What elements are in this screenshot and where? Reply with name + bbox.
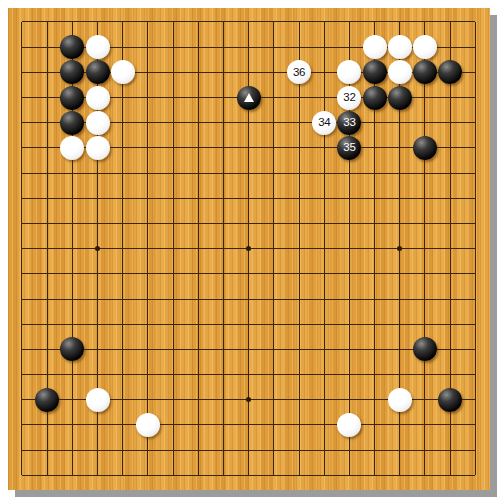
intersection[interactable]: [9, 261, 34, 286]
intersection[interactable]: [286, 312, 311, 337]
intersection[interactable]: [9, 362, 34, 387]
intersection[interactable]: [85, 110, 110, 135]
intersection[interactable]: [85, 35, 110, 60]
intersection[interactable]: [110, 337, 135, 362]
intersection[interactable]: [236, 9, 261, 34]
intersection[interactable]: [337, 9, 362, 34]
intersection[interactable]: [337, 60, 362, 85]
intersection[interactable]: [9, 9, 34, 34]
intersection[interactable]: [135, 261, 160, 286]
intersection[interactable]: [9, 110, 34, 135]
intersection[interactable]: [9, 463, 34, 488]
intersection[interactable]: [337, 286, 362, 311]
intersection[interactable]: [236, 110, 261, 135]
intersection[interactable]: [337, 236, 362, 261]
intersection[interactable]: [387, 236, 412, 261]
intersection[interactable]: [85, 463, 110, 488]
intersection[interactable]: [412, 110, 437, 135]
intersection[interactable]: [35, 236, 60, 261]
intersection[interactable]: [35, 261, 60, 286]
intersection[interactable]: [110, 261, 135, 286]
intersection[interactable]: [35, 312, 60, 337]
intersection[interactable]: [362, 186, 387, 211]
intersection[interactable]: [286, 261, 311, 286]
intersection[interactable]: [261, 135, 286, 160]
intersection[interactable]: [387, 110, 412, 135]
intersection[interactable]: [362, 362, 387, 387]
intersection[interactable]: [110, 438, 135, 463]
intersection[interactable]: [60, 412, 85, 437]
intersection[interactable]: [60, 110, 85, 135]
intersection[interactable]: [236, 337, 261, 362]
intersection[interactable]: [261, 85, 286, 110]
intersection[interactable]: [261, 412, 286, 437]
intersection[interactable]: [186, 85, 211, 110]
intersection[interactable]: [135, 186, 160, 211]
intersection[interactable]: [236, 85, 261, 110]
intersection[interactable]: [60, 236, 85, 261]
intersection[interactable]: [438, 211, 463, 236]
intersection[interactable]: [463, 9, 488, 34]
intersection[interactable]: [85, 161, 110, 186]
intersection[interactable]: [110, 312, 135, 337]
intersection[interactable]: [9, 211, 34, 236]
intersection[interactable]: [312, 438, 337, 463]
intersection[interactable]: [387, 312, 412, 337]
intersection[interactable]: [135, 211, 160, 236]
intersection[interactable]: [85, 186, 110, 211]
intersection[interactable]: [161, 110, 186, 135]
intersection[interactable]: [412, 60, 437, 85]
intersection[interactable]: [463, 286, 488, 311]
intersection[interactable]: [362, 412, 387, 437]
intersection[interactable]: [161, 135, 186, 160]
intersection[interactable]: [135, 412, 160, 437]
intersection[interactable]: [161, 60, 186, 85]
intersection[interactable]: [186, 362, 211, 387]
intersection[interactable]: [286, 9, 311, 34]
intersection[interactable]: [362, 161, 387, 186]
intersection[interactable]: [85, 337, 110, 362]
intersection[interactable]: [337, 312, 362, 337]
intersection[interactable]: [9, 337, 34, 362]
intersection[interactable]: [110, 186, 135, 211]
intersection[interactable]: [236, 135, 261, 160]
intersection[interactable]: [412, 186, 437, 211]
intersection[interactable]: [236, 312, 261, 337]
intersection[interactable]: [312, 211, 337, 236]
intersection[interactable]: [35, 387, 60, 412]
intersection[interactable]: [362, 312, 387, 337]
intersection[interactable]: [463, 161, 488, 186]
intersection[interactable]: [9, 387, 34, 412]
intersection[interactable]: [387, 412, 412, 437]
intersection[interactable]: [463, 60, 488, 85]
intersection[interactable]: [312, 35, 337, 60]
intersection[interactable]: [186, 186, 211, 211]
intersection[interactable]: [312, 135, 337, 160]
intersection[interactable]: [9, 85, 34, 110]
intersection[interactable]: [85, 438, 110, 463]
intersection[interactable]: [438, 286, 463, 311]
intersection[interactable]: [463, 236, 488, 261]
intersection[interactable]: [261, 236, 286, 261]
intersection[interactable]: [286, 286, 311, 311]
intersection[interactable]: [161, 161, 186, 186]
intersection[interactable]: [286, 135, 311, 160]
intersection[interactable]: [412, 211, 437, 236]
intersection[interactable]: [161, 312, 186, 337]
intersection[interactable]: [438, 35, 463, 60]
intersection[interactable]: [463, 261, 488, 286]
intersection[interactable]: [412, 261, 437, 286]
intersection[interactable]: [312, 9, 337, 34]
intersection[interactable]: [35, 438, 60, 463]
intersection[interactable]: [186, 110, 211, 135]
intersection[interactable]: [362, 85, 387, 110]
intersection[interactable]: [9, 35, 34, 60]
intersection[interactable]: [362, 35, 387, 60]
intersection[interactable]: [60, 337, 85, 362]
intersection[interactable]: [211, 186, 236, 211]
intersection[interactable]: [261, 186, 286, 211]
intersection[interactable]: [438, 236, 463, 261]
intersection[interactable]: [85, 236, 110, 261]
intersection[interactable]: [387, 286, 412, 311]
intersection[interactable]: [60, 135, 85, 160]
intersection[interactable]: [60, 60, 85, 85]
intersection[interactable]: [135, 362, 160, 387]
intersection[interactable]: [463, 312, 488, 337]
intersection[interactable]: [60, 35, 85, 60]
intersection[interactable]: [312, 362, 337, 387]
intersection[interactable]: [85, 261, 110, 286]
intersection[interactable]: [463, 211, 488, 236]
intersection[interactable]: [161, 261, 186, 286]
intersection[interactable]: [211, 337, 236, 362]
intersection[interactable]: [312, 463, 337, 488]
intersection[interactable]: [161, 362, 186, 387]
intersection[interactable]: [261, 161, 286, 186]
intersection[interactable]: [211, 362, 236, 387]
intersection[interactable]: [85, 286, 110, 311]
intersection[interactable]: [362, 387, 387, 412]
intersection[interactable]: [236, 186, 261, 211]
intersection[interactable]: [412, 312, 437, 337]
intersection[interactable]: [412, 236, 437, 261]
intersection[interactable]: [362, 337, 387, 362]
intersection[interactable]: [286, 110, 311, 135]
intersection[interactable]: [362, 60, 387, 85]
intersection[interactable]: [438, 261, 463, 286]
intersection[interactable]: [211, 110, 236, 135]
intersection[interactable]: [236, 362, 261, 387]
intersection[interactable]: [161, 337, 186, 362]
intersection[interactable]: [60, 85, 85, 110]
intersection[interactable]: [337, 211, 362, 236]
intersection[interactable]: [236, 236, 261, 261]
intersection[interactable]: [35, 211, 60, 236]
intersection[interactable]: [211, 387, 236, 412]
intersection[interactable]: [135, 337, 160, 362]
intersection[interactable]: [211, 412, 236, 437]
intersection[interactable]: [312, 387, 337, 412]
intersection[interactable]: [312, 337, 337, 362]
intersection[interactable]: [85, 211, 110, 236]
intersection[interactable]: [85, 60, 110, 85]
intersection[interactable]: [362, 463, 387, 488]
intersection[interactable]: [286, 161, 311, 186]
intersection[interactable]: [186, 261, 211, 286]
intersection[interactable]: [286, 412, 311, 437]
intersection[interactable]: [463, 463, 488, 488]
intersection[interactable]: [110, 161, 135, 186]
intersection[interactable]: [35, 135, 60, 160]
intersection[interactable]: [186, 35, 211, 60]
intersection[interactable]: [387, 186, 412, 211]
intersection[interactable]: [412, 438, 437, 463]
intersection[interactable]: [211, 85, 236, 110]
intersection[interactable]: [35, 35, 60, 60]
intersection[interactable]: [286, 337, 311, 362]
intersection[interactable]: [438, 312, 463, 337]
intersection[interactable]: [337, 35, 362, 60]
intersection[interactable]: [438, 9, 463, 34]
intersection[interactable]: [211, 161, 236, 186]
intersection[interactable]: [337, 161, 362, 186]
intersection[interactable]: [387, 463, 412, 488]
intersection[interactable]: [35, 161, 60, 186]
intersection[interactable]: [161, 463, 186, 488]
intersection[interactable]: [161, 412, 186, 437]
intersection[interactable]: [438, 463, 463, 488]
intersection[interactable]: [60, 463, 85, 488]
intersection[interactable]: [186, 438, 211, 463]
intersection[interactable]: [463, 412, 488, 437]
intersection[interactable]: [211, 286, 236, 311]
intersection[interactable]: [85, 387, 110, 412]
intersection[interactable]: [286, 85, 311, 110]
intersection[interactable]: [236, 261, 261, 286]
intersection[interactable]: [110, 463, 135, 488]
intersection[interactable]: [412, 85, 437, 110]
intersection[interactable]: [186, 412, 211, 437]
intersection[interactable]: [438, 110, 463, 135]
intersection[interactable]: [186, 337, 211, 362]
intersection[interactable]: [463, 85, 488, 110]
intersection[interactable]: [463, 135, 488, 160]
intersection[interactable]: [286, 387, 311, 412]
intersection[interactable]: [135, 110, 160, 135]
intersection[interactable]: [135, 236, 160, 261]
intersection[interactable]: [261, 261, 286, 286]
intersection[interactable]: [35, 463, 60, 488]
intersection[interactable]: [60, 261, 85, 286]
intersection[interactable]: [412, 387, 437, 412]
intersection[interactable]: [110, 85, 135, 110]
intersection[interactable]: [211, 438, 236, 463]
intersection[interactable]: [412, 286, 437, 311]
intersection[interactable]: [211, 261, 236, 286]
intersection[interactable]: [60, 211, 85, 236]
intersection[interactable]: [412, 362, 437, 387]
intersection[interactable]: [85, 9, 110, 34]
intersection[interactable]: [211, 211, 236, 236]
intersection[interactable]: [35, 337, 60, 362]
intersection[interactable]: [387, 60, 412, 85]
intersection[interactable]: [362, 110, 387, 135]
intersection[interactable]: [387, 35, 412, 60]
intersection[interactable]: [362, 211, 387, 236]
intersection[interactable]: [211, 463, 236, 488]
intersection[interactable]: [236, 286, 261, 311]
intersection[interactable]: [110, 9, 135, 34]
intersection[interactable]: [135, 312, 160, 337]
intersection[interactable]: [261, 438, 286, 463]
intersection[interactable]: [312, 85, 337, 110]
intersection[interactable]: [286, 362, 311, 387]
intersection[interactable]: [135, 286, 160, 311]
intersection[interactable]: [337, 261, 362, 286]
intersection[interactable]: [161, 35, 186, 60]
intersection[interactable]: [161, 236, 186, 261]
intersection[interactable]: [337, 362, 362, 387]
intersection[interactable]: [9, 312, 34, 337]
intersection[interactable]: [9, 438, 34, 463]
intersection[interactable]: [211, 312, 236, 337]
intersection[interactable]: [362, 438, 387, 463]
intersection[interactable]: [110, 412, 135, 437]
intersection[interactable]: [236, 412, 261, 437]
intersection[interactable]: [312, 412, 337, 437]
intersection[interactable]: [60, 387, 85, 412]
intersection[interactable]: [438, 387, 463, 412]
intersection[interactable]: [387, 9, 412, 34]
intersection[interactable]: [60, 286, 85, 311]
intersection[interactable]: 33: [337, 110, 362, 135]
intersection[interactable]: [337, 387, 362, 412]
intersection[interactable]: [387, 438, 412, 463]
intersection[interactable]: [412, 463, 437, 488]
intersection[interactable]: [463, 362, 488, 387]
intersection[interactable]: 36: [286, 60, 311, 85]
intersection[interactable]: [186, 135, 211, 160]
intersection[interactable]: [337, 438, 362, 463]
intersection[interactable]: [186, 387, 211, 412]
intersection[interactable]: [463, 387, 488, 412]
intersection[interactable]: [236, 463, 261, 488]
intersection[interactable]: [60, 186, 85, 211]
intersection[interactable]: [110, 362, 135, 387]
intersection[interactable]: [261, 387, 286, 412]
intersection[interactable]: [261, 9, 286, 34]
intersection[interactable]: [186, 312, 211, 337]
intersection[interactable]: [412, 161, 437, 186]
intersection[interactable]: [236, 387, 261, 412]
intersection[interactable]: [236, 438, 261, 463]
intersection[interactable]: [9, 236, 34, 261]
intersection[interactable]: [9, 161, 34, 186]
intersection[interactable]: [463, 337, 488, 362]
intersection[interactable]: [387, 85, 412, 110]
intersection[interactable]: [438, 161, 463, 186]
intersection[interactable]: [362, 286, 387, 311]
intersection[interactable]: [110, 135, 135, 160]
intersection[interactable]: [161, 186, 186, 211]
intersection[interactable]: [362, 261, 387, 286]
intersection[interactable]: [211, 236, 236, 261]
intersection[interactable]: [286, 438, 311, 463]
intersection[interactable]: [35, 60, 60, 85]
intersection[interactable]: [35, 9, 60, 34]
intersection[interactable]: [286, 236, 311, 261]
intersection[interactable]: [135, 135, 160, 160]
intersection[interactable]: [135, 9, 160, 34]
intersection[interactable]: [9, 412, 34, 437]
intersection[interactable]: 34: [312, 110, 337, 135]
intersection[interactable]: [387, 135, 412, 160]
intersection[interactable]: [85, 412, 110, 437]
intersection[interactable]: [286, 35, 311, 60]
intersection[interactable]: [261, 286, 286, 311]
intersection[interactable]: [261, 337, 286, 362]
intersection[interactable]: [362, 236, 387, 261]
intersection[interactable]: [186, 60, 211, 85]
intersection[interactable]: [337, 412, 362, 437]
intersection[interactable]: [85, 135, 110, 160]
intersection[interactable]: [261, 35, 286, 60]
intersection[interactable]: [60, 438, 85, 463]
intersection[interactable]: [387, 211, 412, 236]
intersection[interactable]: [236, 60, 261, 85]
intersection[interactable]: [211, 9, 236, 34]
intersection[interactable]: [463, 186, 488, 211]
intersection[interactable]: [161, 438, 186, 463]
intersection[interactable]: [85, 85, 110, 110]
intersection[interactable]: [337, 463, 362, 488]
intersection[interactable]: [387, 362, 412, 387]
intersection[interactable]: [312, 261, 337, 286]
intersection[interactable]: [211, 135, 236, 160]
intersection[interactable]: [186, 236, 211, 261]
intersection[interactable]: [9, 135, 34, 160]
intersection[interactable]: [412, 337, 437, 362]
intersection[interactable]: [186, 211, 211, 236]
intersection[interactable]: [362, 135, 387, 160]
intersection[interactable]: [186, 9, 211, 34]
intersection[interactable]: [286, 186, 311, 211]
intersection[interactable]: [110, 211, 135, 236]
intersection[interactable]: [35, 110, 60, 135]
intersection[interactable]: [261, 110, 286, 135]
intersection[interactable]: [110, 35, 135, 60]
intersection[interactable]: [236, 35, 261, 60]
intersection[interactable]: [85, 312, 110, 337]
intersection[interactable]: [387, 337, 412, 362]
intersection[interactable]: [161, 9, 186, 34]
intersection[interactable]: [110, 236, 135, 261]
intersection[interactable]: [60, 161, 85, 186]
intersection[interactable]: [135, 60, 160, 85]
intersection[interactable]: [438, 85, 463, 110]
intersection[interactable]: [337, 186, 362, 211]
intersection[interactable]: [312, 286, 337, 311]
intersection[interactable]: [161, 85, 186, 110]
intersection[interactable]: [135, 463, 160, 488]
intersection[interactable]: [362, 9, 387, 34]
intersection[interactable]: [135, 387, 160, 412]
intersection[interactable]: [9, 60, 34, 85]
